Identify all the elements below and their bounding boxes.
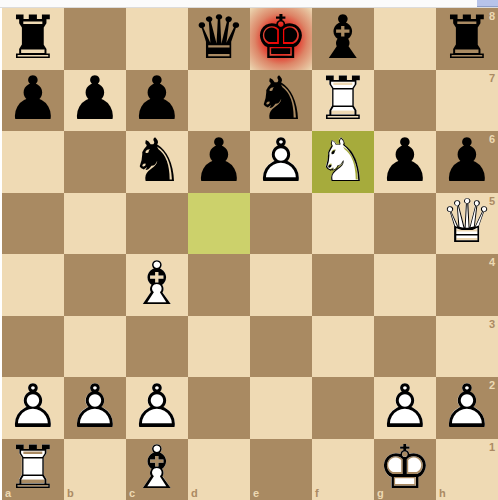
piece-black-pawn[interactable]: ♟	[126, 70, 188, 132]
piece-black-knight[interactable]: ♞	[126, 131, 188, 193]
piece-black-pawn[interactable]: ♟	[2, 70, 64, 132]
square-g2[interactable]: ♟♙	[374, 377, 436, 439]
black-piece-glyph: ♟	[68, 68, 122, 128]
white-piece-outline: ♘	[316, 129, 370, 189]
piece-white-knight[interactable]: ♞♘	[312, 131, 374, 193]
piece-black-pawn[interactable]: ♟	[64, 70, 126, 132]
piece-white-bishop[interactable]: ♝♗	[126, 439, 188, 500]
square-c3[interactable]	[126, 316, 188, 378]
chess-board: ♜♛♚♝♜8♟♟♟♞♜♖7♞♟♟♙♞♘♟♟6♛♕5♝♗43♟♙♟♙♟♙♟♙♟♙2…	[2, 8, 498, 500]
file-label-b: b	[67, 487, 74, 499]
piece-black-king[interactable]: ♚	[250, 8, 312, 70]
file-label-e: e	[253, 487, 259, 499]
square-b8[interactable]	[64, 8, 126, 70]
square-f7[interactable]: ♜♖	[312, 70, 374, 132]
square-d4[interactable]	[188, 254, 250, 316]
black-piece-glyph: ♟	[6, 68, 60, 128]
square-d5[interactable]	[188, 193, 250, 255]
file-label-c: c	[129, 487, 135, 499]
top-bar	[0, 0, 498, 8]
square-c8[interactable]	[126, 8, 188, 70]
rank-label-5: 5	[489, 195, 495, 207]
piece-black-pawn[interactable]: ♟	[188, 131, 250, 193]
file-label-d: d	[191, 487, 198, 499]
square-a1[interactable]: ♜♖a	[2, 439, 64, 500]
rank-label-3: 3	[489, 318, 495, 330]
square-c2[interactable]: ♟♙	[126, 377, 188, 439]
rank-label-1: 1	[489, 441, 495, 453]
piece-white-rook[interactable]: ♜♖	[312, 70, 374, 132]
piece-white-pawn[interactable]: ♟♙	[64, 377, 126, 439]
square-b3[interactable]	[64, 316, 126, 378]
square-h2[interactable]: ♟♙2	[436, 377, 498, 439]
square-h3[interactable]: 3	[436, 316, 498, 378]
black-piece-glyph: ♜	[440, 6, 494, 66]
piece-white-bishop[interactable]: ♝♗	[126, 254, 188, 316]
square-e1[interactable]: e	[250, 439, 312, 500]
black-piece-glyph: ♟	[378, 129, 432, 189]
square-h5[interactable]: ♛♕5	[436, 193, 498, 255]
rank-label-7: 7	[489, 72, 495, 84]
square-g4[interactable]	[374, 254, 436, 316]
piece-black-queen[interactable]: ♛	[188, 8, 250, 70]
black-piece-glyph: ♟	[130, 68, 184, 128]
square-d3[interactable]	[188, 316, 250, 378]
square-a3[interactable]	[2, 316, 64, 378]
black-piece-glyph: ♟	[440, 129, 494, 189]
piece-white-pawn[interactable]: ♟♙	[126, 377, 188, 439]
white-piece-outline: ♗	[130, 437, 184, 497]
white-piece-outline: ♙	[6, 375, 60, 435]
square-g7[interactable]	[374, 70, 436, 132]
rank-label-2: 2	[489, 379, 495, 391]
square-g3[interactable]	[374, 316, 436, 378]
white-piece-outline: ♙	[254, 129, 308, 189]
square-b7[interactable]: ♟	[64, 70, 126, 132]
square-g6[interactable]: ♟	[374, 131, 436, 193]
file-label-f: f	[315, 487, 319, 499]
white-piece-outline: ♗	[130, 252, 184, 312]
square-f4[interactable]	[312, 254, 374, 316]
square-a2[interactable]: ♟♙	[2, 377, 64, 439]
white-piece-outline: ♖	[316, 68, 370, 128]
black-piece-glyph: ♜	[6, 6, 60, 66]
square-f2[interactable]	[312, 377, 374, 439]
square-e3[interactable]	[250, 316, 312, 378]
piece-white-pawn[interactable]: ♟♙	[2, 377, 64, 439]
black-piece-glyph: ♟	[192, 129, 246, 189]
square-b5[interactable]	[64, 193, 126, 255]
square-c4[interactable]: ♝♗	[126, 254, 188, 316]
square-b6[interactable]	[64, 131, 126, 193]
file-label-g: g	[377, 487, 384, 499]
square-e2[interactable]	[250, 377, 312, 439]
rank-label-8: 8	[489, 10, 495, 22]
white-piece-outline: ♕	[440, 191, 494, 251]
square-a7[interactable]: ♟	[2, 70, 64, 132]
square-a6[interactable]	[2, 131, 64, 193]
rank-label-4: 4	[489, 256, 495, 268]
piece-white-rook[interactable]: ♜♖	[2, 439, 64, 500]
square-d1[interactable]: d	[188, 439, 250, 500]
square-e7[interactable]: ♞	[250, 70, 312, 132]
square-d8[interactable]: ♛	[188, 8, 250, 70]
black-piece-glyph: ♚	[254, 6, 308, 66]
square-h4[interactable]: 4	[436, 254, 498, 316]
square-f1[interactable]: f	[312, 439, 374, 500]
square-g5[interactable]	[374, 193, 436, 255]
square-a4[interactable]	[2, 254, 64, 316]
white-piece-outline: ♙	[130, 375, 184, 435]
square-b1[interactable]: b	[64, 439, 126, 500]
black-piece-glyph: ♞	[254, 68, 308, 128]
square-c1[interactable]: ♝♗c	[126, 439, 188, 500]
piece-black-knight[interactable]: ♞	[250, 70, 312, 132]
square-f8[interactable]: ♝	[312, 8, 374, 70]
square-a8[interactable]: ♜	[2, 8, 64, 70]
square-f5[interactable]	[312, 193, 374, 255]
white-piece-outline: ♙	[68, 375, 122, 435]
square-b4[interactable]	[64, 254, 126, 316]
white-piece-outline: ♔	[378, 437, 432, 497]
square-c6[interactable]: ♞	[126, 131, 188, 193]
square-f6[interactable]: ♞♘	[312, 131, 374, 193]
square-e6[interactable]: ♟♙	[250, 131, 312, 193]
black-piece-glyph: ♞	[130, 129, 184, 189]
black-piece-glyph: ♛	[192, 6, 246, 66]
piece-black-pawn[interactable]: ♟	[374, 131, 436, 193]
square-e5[interactable]	[250, 193, 312, 255]
piece-white-pawn[interactable]: ♟♙	[250, 131, 312, 193]
rank-label-6: 6	[489, 133, 495, 145]
square-a5[interactable]	[2, 193, 64, 255]
piece-black-bishop[interactable]: ♝	[312, 8, 374, 70]
square-d2[interactable]	[188, 377, 250, 439]
square-f3[interactable]	[312, 316, 374, 378]
square-h7[interactable]: 7	[436, 70, 498, 132]
square-c7[interactable]: ♟	[126, 70, 188, 132]
square-h1[interactable]: 1h	[436, 439, 498, 500]
black-piece-glyph: ♝	[316, 6, 370, 66]
square-g8[interactable]	[374, 8, 436, 70]
file-label-h: h	[439, 487, 446, 499]
square-c5[interactable]	[126, 193, 188, 255]
square-d6[interactable]: ♟	[188, 131, 250, 193]
square-e8[interactable]: ♚	[250, 8, 312, 70]
square-h6[interactable]: ♟6	[436, 131, 498, 193]
square-e4[interactable]	[250, 254, 312, 316]
piece-black-rook[interactable]: ♜	[2, 8, 64, 70]
white-piece-outline: ♙	[440, 375, 494, 435]
square-g1[interactable]: ♚♔g	[374, 439, 436, 500]
piece-white-pawn[interactable]: ♟♙	[374, 377, 436, 439]
file-label-a: a	[5, 487, 11, 499]
white-piece-outline: ♖	[6, 437, 60, 497]
square-d7[interactable]	[188, 70, 250, 132]
square-b2[interactable]: ♟♙	[64, 377, 126, 439]
square-h8[interactable]: ♜8	[436, 8, 498, 70]
white-piece-outline: ♙	[378, 375, 432, 435]
